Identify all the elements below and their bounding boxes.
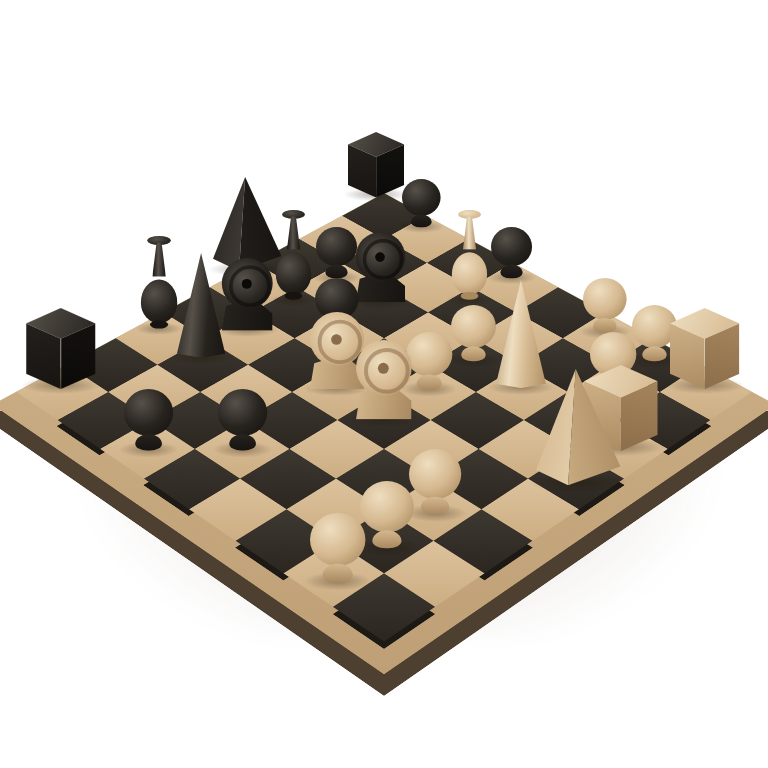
black-pawn-sphere-shape xyxy=(402,179,441,227)
chessboard-photo-stage xyxy=(0,0,768,768)
black-pawn-sphere-shape xyxy=(491,227,532,278)
white-pawn-sphere-shape xyxy=(451,305,496,361)
black-queen-cone-shape xyxy=(173,253,229,358)
black-bishop-flask-shape xyxy=(275,210,312,300)
black-pawn-sphere-shape xyxy=(218,389,267,451)
white-pawn-sphere-shape xyxy=(583,278,627,332)
white-bishop-flask-shape xyxy=(451,210,488,300)
black-pawn-sphere-shape xyxy=(316,227,357,278)
black-pawn-sphere-shape xyxy=(124,389,173,451)
black-rook-cube-shape xyxy=(26,308,95,389)
white-king-pyramid-shape xyxy=(536,369,620,485)
white-rook-cube-shape xyxy=(670,308,739,389)
white-knight-violin-scroll-shape xyxy=(354,340,414,420)
white-pawn-sphere-shape xyxy=(360,481,414,548)
black-bishop-flask-shape xyxy=(140,236,178,329)
white-pawn-sphere-shape xyxy=(310,513,365,582)
black-knight-violin-scroll-shape xyxy=(354,232,407,302)
white-pawn-sphere-shape xyxy=(409,449,461,514)
black-rook-cube-shape xyxy=(348,132,404,198)
